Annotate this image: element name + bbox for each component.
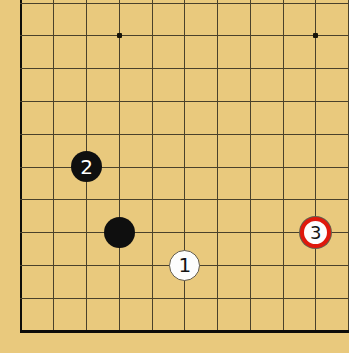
stone-black-C6: 2 bbox=[71, 151, 102, 182]
stone-black-D4 bbox=[104, 217, 135, 248]
stone-white-F3: 1 bbox=[169, 250, 200, 281]
intersection-C6: 2 bbox=[70, 151, 103, 184]
stone-move-number: 3 bbox=[310, 224, 321, 242]
stone-white-K4-highlighted: 3 bbox=[300, 217, 331, 248]
stone-move-number: 1 bbox=[178, 255, 191, 275]
star-point-dot bbox=[313, 33, 318, 38]
intersection-F3: 1 bbox=[168, 249, 201, 282]
star-point-K10 bbox=[299, 19, 332, 52]
go-board[interactable]: 123 bbox=[0, 0, 349, 353]
intersection-K4: 3 bbox=[299, 216, 332, 249]
intersection-D4 bbox=[103, 216, 136, 249]
star-point-D10 bbox=[103, 19, 136, 52]
star-point-dot bbox=[117, 33, 122, 38]
stone-move-number: 2 bbox=[80, 157, 93, 177]
stones-grid: 123 bbox=[5, 0, 349, 347]
go-diagram: 123 bbox=[0, 0, 349, 353]
